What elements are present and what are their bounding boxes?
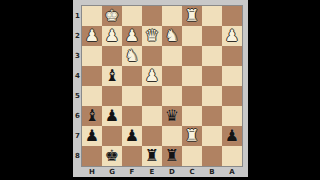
rank-label-6: 6: [73, 106, 82, 126]
square-h7: ♟: [82, 126, 102, 146]
square-b1: [202, 6, 222, 26]
square-d1: [162, 6, 182, 26]
square-d7: [162, 126, 182, 146]
piece-black-bishop: ♝: [105, 66, 119, 86]
file-labels: HGFEDCBA: [82, 166, 242, 177]
rank-labels: 12345678: [73, 6, 82, 166]
square-b3: [202, 46, 222, 66]
square-e4: ♟: [142, 66, 162, 86]
square-e1: [142, 6, 162, 26]
square-g6: ♟: [102, 106, 122, 126]
square-d6: ♛: [162, 106, 182, 126]
video-frame: 12345678 HGFEDCBA ♚♜♟♟♟♛♞♟♞♝♟♝♟♛♟♟♜♟♚♜♜: [0, 0, 320, 180]
square-b7: [202, 126, 222, 146]
square-f5: [122, 86, 142, 106]
square-a1: [222, 6, 242, 26]
piece-black-rook: ♜: [145, 146, 159, 166]
square-f4: [122, 66, 142, 86]
rank-label-8: 8: [73, 146, 82, 166]
square-b4: [202, 66, 222, 86]
piece-black-queen: ♛: [165, 106, 179, 126]
piece-white-knight: ♞: [125, 46, 139, 66]
square-g7: [102, 126, 122, 146]
file-label-g: G: [102, 166, 122, 177]
square-g3: [102, 46, 122, 66]
rank-label-5: 5: [73, 86, 82, 106]
square-c2: [182, 26, 202, 46]
piece-black-rook: ♜: [165, 146, 179, 166]
square-a4: [222, 66, 242, 86]
square-c8: [182, 146, 202, 166]
square-c5: [182, 86, 202, 106]
square-c4: [182, 66, 202, 86]
square-e3: [142, 46, 162, 66]
file-label-c: C: [182, 166, 202, 177]
square-a3: [222, 46, 242, 66]
square-c7: ♜: [182, 126, 202, 146]
square-f2: ♟: [122, 26, 142, 46]
square-h8: [82, 146, 102, 166]
square-g2: ♟: [102, 26, 122, 46]
file-label-b: B: [202, 166, 222, 177]
file-label-e: E: [142, 166, 162, 177]
rank-label-4: 4: [73, 66, 82, 86]
square-e7: [142, 126, 162, 146]
square-d4: [162, 66, 182, 86]
piece-black-bishop: ♝: [85, 106, 99, 126]
square-c1: ♜: [182, 6, 202, 26]
piece-white-rook: ♜: [185, 126, 199, 146]
square-b8: [202, 146, 222, 166]
rank-label-1: 1: [73, 6, 82, 26]
square-e8: ♜: [142, 146, 162, 166]
square-f3: ♞: [122, 46, 142, 66]
square-a8: [222, 146, 242, 166]
square-g5: [102, 86, 122, 106]
piece-white-pawn: ♟: [125, 26, 139, 46]
square-g1: ♚: [102, 6, 122, 26]
square-e6: [142, 106, 162, 126]
piece-white-king: ♚: [105, 6, 119, 26]
file-label-a: A: [222, 166, 242, 177]
piece-white-pawn: ♟: [85, 26, 99, 46]
chess-diagram: 12345678 HGFEDCBA ♚♜♟♟♟♛♞♟♞♝♟♝♟♛♟♟♜♟♚♜♜: [70, 0, 250, 180]
piece-black-pawn: ♟: [225, 126, 239, 146]
square-c6: [182, 106, 202, 126]
file-label-d: D: [162, 166, 182, 177]
square-f8: [122, 146, 142, 166]
square-d8: ♜: [162, 146, 182, 166]
piece-black-king: ♚: [105, 146, 119, 166]
square-a6: [222, 106, 242, 126]
piece-black-pawn: ♟: [105, 106, 119, 126]
square-a7: ♟: [222, 126, 242, 146]
square-d5: [162, 86, 182, 106]
square-c3: [182, 46, 202, 66]
piece-white-queen: ♛: [145, 26, 159, 46]
square-d2: ♞: [162, 26, 182, 46]
square-e2: ♛: [142, 26, 162, 46]
piece-black-pawn: ♟: [85, 126, 99, 146]
rank-label-7: 7: [73, 126, 82, 146]
square-g8: ♚: [102, 146, 122, 166]
square-h1: [82, 6, 102, 26]
square-a5: [222, 86, 242, 106]
square-h6: ♝: [82, 106, 102, 126]
square-d3: [162, 46, 182, 66]
file-label-f: F: [122, 166, 142, 177]
square-b6: [202, 106, 222, 126]
piece-white-pawn: ♟: [225, 26, 239, 46]
square-h2: ♟: [82, 26, 102, 46]
rank-label-3: 3: [73, 46, 82, 66]
file-label-h: H: [82, 166, 102, 177]
square-f1: [122, 6, 142, 26]
square-f7: ♟: [122, 126, 142, 146]
chess-board: ♚♜♟♟♟♛♞♟♞♝♟♝♟♛♟♟♜♟♚♜♜: [82, 6, 242, 166]
square-h4: [82, 66, 102, 86]
piece-white-pawn: ♟: [145, 66, 159, 86]
square-g4: ♝: [102, 66, 122, 86]
square-b2: [202, 26, 222, 46]
piece-white-pawn: ♟: [105, 26, 119, 46]
square-a2: ♟: [222, 26, 242, 46]
square-b5: [202, 86, 222, 106]
square-h3: [82, 46, 102, 66]
square-h5: [82, 86, 102, 106]
piece-white-rook: ♜: [185, 6, 199, 26]
square-e5: [142, 86, 162, 106]
rank-label-2: 2: [73, 26, 82, 46]
piece-white-knight: ♞: [165, 26, 179, 46]
square-f6: [122, 106, 142, 126]
piece-black-pawn: ♟: [125, 126, 139, 146]
